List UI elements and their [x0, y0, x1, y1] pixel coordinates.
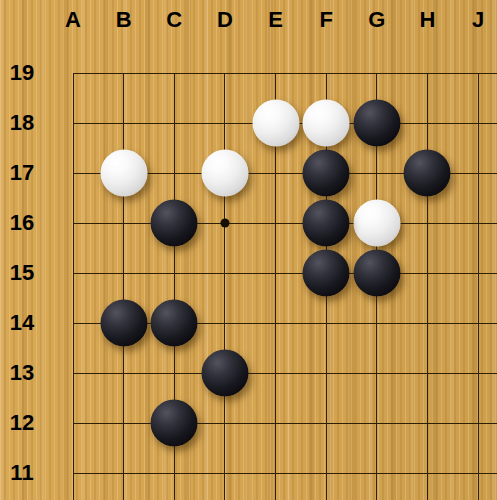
row-label-15: 15 — [10, 262, 34, 284]
row-label-18: 18 — [10, 112, 34, 134]
grid-line-col-b — [123, 73, 124, 500]
column-label-b: B — [116, 9, 132, 31]
stone-white-g16[interactable] — [353, 200, 400, 247]
grid-line-col-d — [224, 73, 225, 500]
grid-line-row-19 — [73, 73, 497, 74]
column-label-c: C — [166, 9, 182, 31]
grid-line-col-a — [73, 73, 74, 500]
grid-line-row-12 — [73, 423, 497, 424]
stone-black-f17[interactable] — [303, 150, 350, 197]
column-label-d: D — [217, 9, 233, 31]
row-label-19: 19 — [10, 62, 34, 84]
row-label-17: 17 — [10, 162, 34, 184]
stone-black-g15[interactable] — [353, 250, 400, 297]
column-label-f: F — [319, 9, 332, 31]
stone-black-f15[interactable] — [303, 250, 350, 297]
column-label-j: J — [472, 9, 484, 31]
grid-line-row-11 — [73, 473, 497, 474]
row-label-12: 12 — [10, 412, 34, 434]
stone-black-c16[interactable] — [151, 200, 198, 247]
stone-white-f18[interactable] — [303, 100, 350, 147]
row-label-14: 14 — [10, 312, 34, 334]
stone-black-f16[interactable] — [303, 200, 350, 247]
column-label-g: G — [368, 9, 385, 31]
stone-black-c12[interactable] — [151, 400, 198, 447]
row-label-16: 16 — [10, 212, 34, 234]
stone-black-h17[interactable] — [404, 150, 451, 197]
stone-black-b14[interactable] — [100, 300, 147, 347]
stone-white-b17[interactable] — [100, 150, 147, 197]
grid-line-row-13 — [73, 373, 497, 374]
stone-black-d13[interactable] — [201, 350, 248, 397]
row-label-11: 11 — [10, 462, 33, 484]
grid-line-col-h — [427, 73, 428, 500]
stone-black-g18[interactable] — [353, 100, 400, 147]
grid-line-col-j — [478, 73, 479, 500]
grid-line-row-16 — [73, 223, 497, 224]
stone-black-c14[interactable] — [151, 300, 198, 347]
star-point-d16 — [220, 219, 229, 228]
grid-line-row-15 — [73, 273, 497, 274]
stone-white-d17[interactable] — [201, 150, 248, 197]
go-board[interactable]: ABCDEFGHJ 191817161514131211 — [0, 0, 497, 500]
row-label-13: 13 — [10, 362, 34, 384]
column-label-h: H — [419, 9, 435, 31]
stone-white-e18[interactable] — [252, 100, 299, 147]
column-label-e: E — [268, 9, 283, 31]
column-label-a: A — [65, 9, 81, 31]
